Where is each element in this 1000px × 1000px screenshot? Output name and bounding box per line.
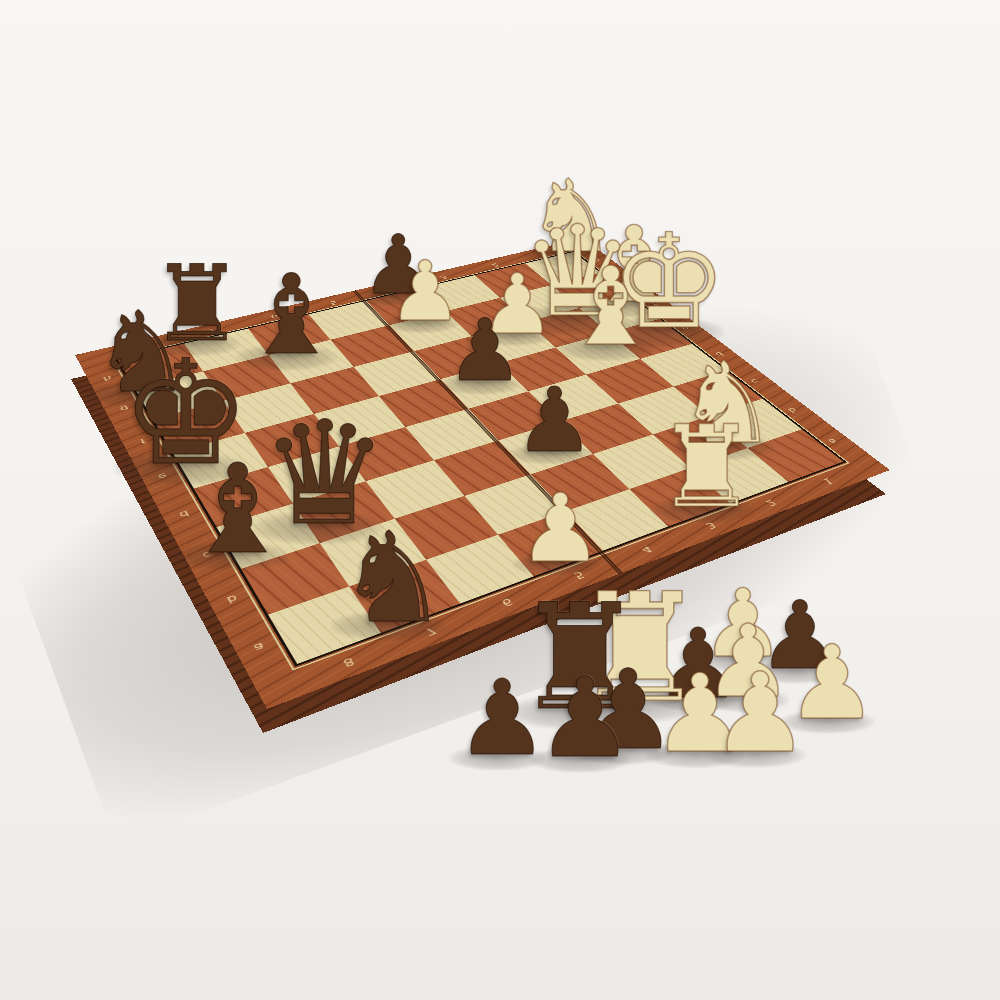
rank-label-8: 8 <box>341 655 356 668</box>
rank-label-4: 4 <box>639 544 654 554</box>
piece-white-rook-a3: ♜ <box>656 410 757 523</box>
piece-white-bishop-e2: ♝ <box>563 253 660 361</box>
piece-black-bishop-g6: ♝ <box>242 260 341 370</box>
rank-label-2: 2 <box>764 498 778 507</box>
piece-black-knight-a7: ♞ <box>337 516 449 641</box>
file-label-a-far: a <box>826 437 839 445</box>
rank-label-1: 1 <box>821 477 835 486</box>
piece-black-pawn-e4: ♟ <box>447 308 524 394</box>
piece-black-pawn-c4: ♟ <box>515 375 595 464</box>
rank-label-6: 6 <box>499 596 514 607</box>
captured-white-pawn-9: ♟ <box>711 658 810 768</box>
file-label-b-far: b <box>786 407 799 414</box>
file-label-a: a <box>252 641 267 653</box>
captured-black-pawn-2: ♟ <box>536 663 635 773</box>
photo-stage: aabbccddeeffgghh8877665544332211 ♚♞♝♜♛♞♝… <box>0 0 1000 1000</box>
file-label-b: b <box>225 593 239 604</box>
piece-black-bishop-c8: ♝ <box>182 447 292 570</box>
